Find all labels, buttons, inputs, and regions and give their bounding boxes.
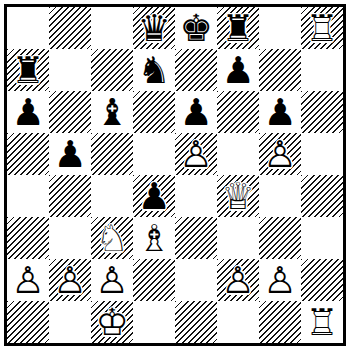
square-f4[interactable]: ♛♕ xyxy=(217,175,259,217)
square-a6[interactable]: ♟♟ xyxy=(7,91,49,133)
square-g6[interactable]: ♟♟ xyxy=(259,91,301,133)
square-e4[interactable] xyxy=(175,175,217,217)
white-pawn-piece: ♙ xyxy=(49,259,91,301)
square-g3[interactable] xyxy=(259,217,301,259)
white-bishop-silhouette: ♝ xyxy=(133,217,175,259)
white-pawn-silhouette: ♟ xyxy=(7,259,49,301)
white-pawn-piece: ♙ xyxy=(91,259,133,301)
black-pawn-silhouette: ♟ xyxy=(133,175,175,217)
square-b7[interactable] xyxy=(49,49,91,91)
square-a3[interactable] xyxy=(7,217,49,259)
square-c7[interactable] xyxy=(91,49,133,91)
white-queen-silhouette: ♛ xyxy=(217,175,259,217)
square-f6[interactable] xyxy=(217,91,259,133)
square-b2[interactable]: ♟♙ xyxy=(49,259,91,301)
white-rook-piece: ♖ xyxy=(301,301,343,343)
square-f7[interactable]: ♟♟ xyxy=(217,49,259,91)
white-pawn-silhouette: ♟ xyxy=(91,259,133,301)
black-pawn-silhouette: ♟ xyxy=(217,49,259,91)
square-c2[interactable]: ♟♙ xyxy=(91,259,133,301)
square-b3[interactable] xyxy=(49,217,91,259)
black-rook-piece: ♜ xyxy=(217,7,259,49)
square-d6[interactable] xyxy=(133,91,175,133)
square-d8[interactable]: ♛♛ xyxy=(133,7,175,49)
black-knight-piece: ♞ xyxy=(133,49,175,91)
black-pawn-silhouette: ♟ xyxy=(49,133,91,175)
square-g8[interactable] xyxy=(259,7,301,49)
square-h6[interactable] xyxy=(301,91,343,133)
square-g1[interactable] xyxy=(259,301,301,343)
square-g7[interactable] xyxy=(259,49,301,91)
white-bishop-piece: ♗ xyxy=(133,217,175,259)
square-d3[interactable]: ♝♗ xyxy=(133,217,175,259)
square-e8[interactable]: ♚♚ xyxy=(175,7,217,49)
chess-board: ♛♛♚♚♜♜♜♖♜♜♞♞♟♟♟♟♝♝♟♟♟♟♟♟♟♙♟♙♟♟♛♕♞♘♝♗♟♙♟♙… xyxy=(7,7,343,343)
black-king-piece: ♚ xyxy=(175,7,217,49)
square-c8[interactable] xyxy=(91,7,133,49)
white-pawn-piece: ♙ xyxy=(259,133,301,175)
square-d4[interactable]: ♟♟ xyxy=(133,175,175,217)
square-b5[interactable]: ♟♟ xyxy=(49,133,91,175)
square-h4[interactable] xyxy=(301,175,343,217)
square-d2[interactable] xyxy=(133,259,175,301)
black-pawn-silhouette: ♟ xyxy=(259,91,301,133)
square-f2[interactable]: ♟♙ xyxy=(217,259,259,301)
square-a4[interactable] xyxy=(7,175,49,217)
chess-diagram-frame: ♛♛♚♚♜♜♜♖♜♜♞♞♟♟♟♟♝♝♟♟♟♟♟♟♟♙♟♙♟♟♛♕♞♘♝♗♟♙♟♙… xyxy=(4,4,346,346)
square-a1[interactable] xyxy=(7,301,49,343)
square-h7[interactable] xyxy=(301,49,343,91)
square-h3[interactable] xyxy=(301,217,343,259)
white-king-piece: ♔ xyxy=(91,301,133,343)
black-pawn-piece: ♟ xyxy=(7,91,49,133)
white-king-silhouette: ♚ xyxy=(91,301,133,343)
square-e1[interactable] xyxy=(175,301,217,343)
black-queen-silhouette: ♛ xyxy=(133,7,175,49)
square-a7[interactable]: ♜♜ xyxy=(7,49,49,91)
black-pawn-piece: ♟ xyxy=(175,91,217,133)
square-g2[interactable]: ♟♙ xyxy=(259,259,301,301)
white-knight-silhouette: ♞ xyxy=(91,217,133,259)
square-a5[interactable] xyxy=(7,133,49,175)
square-g4[interactable] xyxy=(259,175,301,217)
square-c3[interactable]: ♞♘ xyxy=(91,217,133,259)
white-pawn-piece: ♙ xyxy=(217,259,259,301)
square-e5[interactable]: ♟♙ xyxy=(175,133,217,175)
black-rook-piece: ♜ xyxy=(7,49,49,91)
square-b1[interactable] xyxy=(49,301,91,343)
black-rook-silhouette: ♜ xyxy=(7,49,49,91)
square-e7[interactable] xyxy=(175,49,217,91)
square-e6[interactable]: ♟♟ xyxy=(175,91,217,133)
black-pawn-silhouette: ♟ xyxy=(175,91,217,133)
square-a8[interactable] xyxy=(7,7,49,49)
square-c4[interactable] xyxy=(91,175,133,217)
square-e3[interactable] xyxy=(175,217,217,259)
black-knight-silhouette: ♞ xyxy=(133,49,175,91)
square-c6[interactable]: ♝♝ xyxy=(91,91,133,133)
white-queen-piece: ♕ xyxy=(217,175,259,217)
square-f1[interactable] xyxy=(217,301,259,343)
square-e2[interactable] xyxy=(175,259,217,301)
white-rook-silhouette: ♜ xyxy=(301,301,343,343)
square-h5[interactable] xyxy=(301,133,343,175)
white-rook-silhouette: ♜ xyxy=(301,7,343,49)
black-rook-silhouette: ♜ xyxy=(217,7,259,49)
white-pawn-silhouette: ♟ xyxy=(259,259,301,301)
square-f5[interactable] xyxy=(217,133,259,175)
square-b6[interactable] xyxy=(49,91,91,133)
white-pawn-piece: ♙ xyxy=(7,259,49,301)
square-b4[interactable] xyxy=(49,175,91,217)
square-d1[interactable] xyxy=(133,301,175,343)
black-pawn-silhouette: ♟ xyxy=(7,91,49,133)
square-c1[interactable]: ♚♔ xyxy=(91,301,133,343)
square-h1[interactable]: ♜♖ xyxy=(301,301,343,343)
black-queen-piece: ♛ xyxy=(133,7,175,49)
black-bishop-silhouette: ♝ xyxy=(91,91,133,133)
square-f3[interactable] xyxy=(217,217,259,259)
black-pawn-piece: ♟ xyxy=(133,175,175,217)
square-d5[interactable] xyxy=(133,133,175,175)
square-f8[interactable]: ♜♜ xyxy=(217,7,259,49)
black-bishop-piece: ♝ xyxy=(91,91,133,133)
square-h2[interactable] xyxy=(301,259,343,301)
black-pawn-piece: ♟ xyxy=(259,91,301,133)
black-king-silhouette: ♚ xyxy=(175,7,217,49)
white-pawn-silhouette: ♟ xyxy=(175,133,217,175)
white-rook-piece: ♖ xyxy=(301,7,343,49)
black-pawn-piece: ♟ xyxy=(49,133,91,175)
white-pawn-piece: ♙ xyxy=(175,133,217,175)
white-pawn-silhouette: ♟ xyxy=(259,133,301,175)
white-pawn-silhouette: ♟ xyxy=(217,259,259,301)
square-d7[interactable]: ♞♞ xyxy=(133,49,175,91)
white-pawn-piece: ♙ xyxy=(259,259,301,301)
black-pawn-piece: ♟ xyxy=(217,49,259,91)
square-a2[interactable]: ♟♙ xyxy=(7,259,49,301)
square-g5[interactable]: ♟♙ xyxy=(259,133,301,175)
square-h8[interactable]: ♜♖ xyxy=(301,7,343,49)
square-b8[interactable] xyxy=(49,7,91,49)
square-c5[interactable] xyxy=(91,133,133,175)
white-knight-piece: ♘ xyxy=(91,217,133,259)
white-pawn-silhouette: ♟ xyxy=(49,259,91,301)
